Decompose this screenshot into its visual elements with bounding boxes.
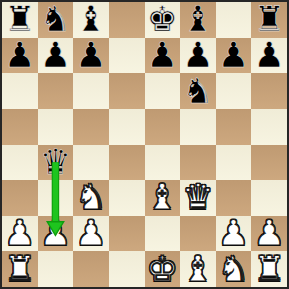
square-d5[interactable] <box>109 109 145 145</box>
piece-white-rook[interactable]: ♜ <box>4 252 35 287</box>
square-f3[interactable]: ♛ <box>180 180 216 216</box>
piece-white-pawn[interactable]: ♟ <box>40 216 71 251</box>
square-e3[interactable]: ♝ <box>145 180 181 216</box>
piece-black-bishop[interactable]: ♝ <box>182 2 213 37</box>
square-h8[interactable]: ♜ <box>251 2 287 38</box>
square-h7[interactable]: ♟ <box>251 38 287 74</box>
square-c3[interactable]: ♞ <box>73 180 109 216</box>
square-a3[interactable] <box>2 180 38 216</box>
square-a2[interactable]: ♟ <box>2 216 38 252</box>
square-h1[interactable]: ♜ <box>251 251 287 287</box>
piece-black-bishop[interactable]: ♝ <box>75 2 106 37</box>
square-c6[interactable] <box>73 73 109 109</box>
square-e8[interactable]: ♚ <box>145 2 181 38</box>
chess-app-window: ♜♞♝♚♝♜♟♟♟♟♟♟♟♞♛♞♝♛♟♟♟♟♟♜♚♝♞♜ <box>0 0 289 289</box>
square-c8[interactable]: ♝ <box>73 2 109 38</box>
square-a6[interactable] <box>2 73 38 109</box>
square-d6[interactable] <box>109 73 145 109</box>
square-g4[interactable] <box>216 145 252 181</box>
square-f6[interactable]: ♞ <box>180 73 216 109</box>
square-b3[interactable] <box>38 180 74 216</box>
square-g1[interactable]: ♞ <box>216 251 252 287</box>
square-a4[interactable] <box>2 145 38 181</box>
piece-black-queen[interactable]: ♛ <box>40 145 71 180</box>
square-e4[interactable] <box>145 145 181 181</box>
square-e6[interactable] <box>145 73 181 109</box>
piece-black-pawn[interactable]: ♟ <box>40 38 71 73</box>
square-g2[interactable]: ♟ <box>216 216 252 252</box>
square-h5[interactable] <box>251 109 287 145</box>
square-h3[interactable] <box>251 180 287 216</box>
piece-black-rook[interactable]: ♜ <box>253 2 284 37</box>
piece-white-knight[interactable]: ♞ <box>218 252 249 287</box>
square-a7[interactable]: ♟ <box>2 38 38 74</box>
piece-black-pawn[interactable]: ♟ <box>4 38 35 73</box>
square-c7[interactable]: ♟ <box>73 38 109 74</box>
piece-white-rook[interactable]: ♜ <box>253 252 284 287</box>
square-e5[interactable] <box>145 109 181 145</box>
piece-black-knight[interactable]: ♞ <box>40 2 71 37</box>
piece-white-bishop[interactable]: ♝ <box>182 252 213 287</box>
square-c4[interactable] <box>73 145 109 181</box>
piece-black-pawn[interactable]: ♟ <box>147 38 178 73</box>
piece-black-pawn[interactable]: ♟ <box>75 38 106 73</box>
square-c5[interactable] <box>73 109 109 145</box>
piece-white-bishop[interactable]: ♝ <box>147 180 178 215</box>
square-b2[interactable]: ♟ <box>38 216 74 252</box>
square-h2[interactable]: ♟ <box>251 216 287 252</box>
piece-black-pawn[interactable]: ♟ <box>182 38 213 73</box>
square-b5[interactable] <box>38 109 74 145</box>
piece-white-queen[interactable]: ♛ <box>182 180 213 215</box>
square-d1[interactable] <box>109 251 145 287</box>
square-f7[interactable]: ♟ <box>180 38 216 74</box>
square-d7[interactable] <box>109 38 145 74</box>
square-a8[interactable]: ♜ <box>2 2 38 38</box>
square-f1[interactable]: ♝ <box>180 251 216 287</box>
square-b1[interactable] <box>38 251 74 287</box>
square-g6[interactable] <box>216 73 252 109</box>
square-g8[interactable] <box>216 2 252 38</box>
square-g7[interactable]: ♟ <box>216 38 252 74</box>
chess-board: ♜♞♝♚♝♜♟♟♟♟♟♟♟♞♛♞♝♛♟♟♟♟♟♜♚♝♞♜ <box>0 0 289 289</box>
piece-white-pawn[interactable]: ♟ <box>218 216 249 251</box>
square-b6[interactable] <box>38 73 74 109</box>
square-e2[interactable] <box>145 216 181 252</box>
piece-black-rook[interactable]: ♜ <box>4 2 35 37</box>
square-g5[interactable] <box>216 109 252 145</box>
square-e7[interactable]: ♟ <box>145 38 181 74</box>
piece-white-pawn[interactable]: ♟ <box>4 216 35 251</box>
square-h6[interactable] <box>251 73 287 109</box>
square-e1[interactable]: ♚ <box>145 251 181 287</box>
square-b8[interactable]: ♞ <box>38 2 74 38</box>
piece-white-king[interactable]: ♚ <box>147 252 178 287</box>
square-c1[interactable] <box>73 251 109 287</box>
piece-white-knight[interactable]: ♞ <box>75 180 106 215</box>
piece-black-king[interactable]: ♚ <box>147 2 178 37</box>
square-b7[interactable]: ♟ <box>38 38 74 74</box>
square-d3[interactable] <box>109 180 145 216</box>
piece-black-pawn[interactable]: ♟ <box>218 38 249 73</box>
square-f8[interactable]: ♝ <box>180 2 216 38</box>
square-h4[interactable] <box>251 145 287 181</box>
square-f4[interactable] <box>180 145 216 181</box>
square-c2[interactable]: ♟ <box>73 216 109 252</box>
square-f2[interactable] <box>180 216 216 252</box>
piece-white-pawn[interactable]: ♟ <box>253 216 284 251</box>
square-a5[interactable] <box>2 109 38 145</box>
piece-black-pawn[interactable]: ♟ <box>253 38 284 73</box>
square-d8[interactable] <box>109 2 145 38</box>
piece-white-pawn[interactable]: ♟ <box>75 216 106 251</box>
square-a1[interactable]: ♜ <box>2 251 38 287</box>
square-b4[interactable]: ♛ <box>38 145 74 181</box>
square-f5[interactable] <box>180 109 216 145</box>
square-g3[interactable] <box>216 180 252 216</box>
square-d2[interactable] <box>109 216 145 252</box>
square-d4[interactable] <box>109 145 145 181</box>
piece-black-knight[interactable]: ♞ <box>182 74 213 109</box>
